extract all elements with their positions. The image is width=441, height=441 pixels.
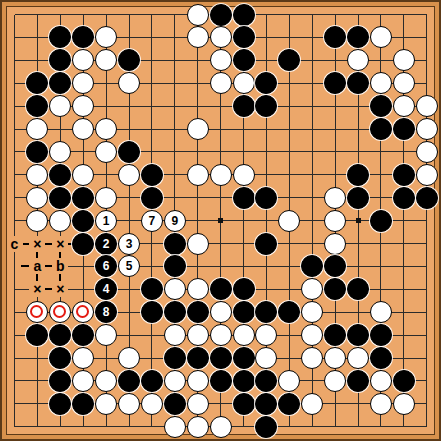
white-stone [347, 347, 369, 369]
white-stone [416, 164, 438, 186]
black-stone [118, 49, 140, 71]
black-stone [72, 26, 94, 48]
black-stone [416, 187, 438, 209]
white-stone [416, 118, 438, 140]
white-stone [26, 187, 48, 209]
black-stone [233, 370, 255, 392]
black-stone [26, 324, 48, 346]
white-stone [210, 416, 232, 438]
black-stone [49, 72, 71, 94]
go-board[interactable]: 179236548××××cab [0, 0, 441, 441]
white-stone [187, 324, 209, 346]
move-number-stone: 2 [95, 233, 117, 255]
white-stone [49, 141, 71, 163]
black-stone [347, 187, 369, 209]
white-stone [49, 95, 71, 117]
white-stone [187, 370, 209, 392]
black-stone [49, 49, 71, 71]
white-stone [72, 370, 94, 392]
black-stone [278, 301, 300, 323]
x-mark: × [52, 281, 68, 297]
black-stone [255, 233, 277, 255]
black-stone [347, 72, 369, 94]
move-number-stone: 9 [164, 210, 186, 232]
black-stone [233, 393, 255, 415]
white-stone [72, 164, 94, 186]
black-stone [210, 4, 232, 26]
black-stone [255, 301, 277, 323]
white-stone [370, 301, 392, 323]
star-point [356, 218, 361, 223]
black-stone [118, 370, 140, 392]
white-stone [301, 393, 323, 415]
letter-mark-b: b [52, 258, 68, 274]
black-stone [72, 233, 94, 255]
white-stone [72, 118, 94, 140]
black-stone [49, 347, 71, 369]
black-stone [233, 278, 255, 300]
white-stone [118, 164, 140, 186]
white-stone [210, 164, 232, 186]
black-stone [26, 95, 48, 117]
go-diagram: 179236548××××cab [0, 0, 441, 441]
white-stone [301, 324, 323, 346]
black-stone [255, 416, 277, 438]
white-stone [324, 347, 346, 369]
white-stone [118, 72, 140, 94]
white-stone [95, 49, 117, 71]
black-stone [164, 233, 186, 255]
black-stone [370, 210, 392, 232]
white-stone [393, 95, 415, 117]
black-stone [141, 187, 163, 209]
white-stone [210, 26, 232, 48]
white-stone [370, 26, 392, 48]
black-stone [255, 72, 277, 94]
black-stone [370, 95, 392, 117]
white-stone [164, 324, 186, 346]
black-stone [324, 26, 346, 48]
letter-mark-c: c [7, 236, 23, 252]
move-number-stone: 3 [118, 233, 140, 255]
white-stone [393, 393, 415, 415]
black-stone [370, 347, 392, 369]
white-stone [278, 370, 300, 392]
white-stone [347, 49, 369, 71]
black-stone [393, 187, 415, 209]
white-stone [255, 347, 277, 369]
white-stone [187, 4, 209, 26]
white-stone [187, 118, 209, 140]
white-stone [164, 416, 186, 438]
black-stone [233, 4, 255, 26]
black-stone [233, 95, 255, 117]
black-stone [72, 393, 94, 415]
white-stone [72, 347, 94, 369]
white-stone [301, 278, 323, 300]
black-stone [324, 255, 346, 277]
black-stone [72, 324, 94, 346]
black-stone [324, 72, 346, 94]
white-stone [118, 393, 140, 415]
black-stone [72, 210, 94, 232]
white-stone [210, 324, 232, 346]
move-number-stone: 8 [95, 301, 117, 323]
black-stone [164, 347, 186, 369]
white-stone [324, 370, 346, 392]
black-stone [255, 187, 277, 209]
black-stone [233, 26, 255, 48]
white-stone [187, 233, 209, 255]
black-stone [49, 393, 71, 415]
black-stone [347, 26, 369, 48]
black-stone [255, 393, 277, 415]
black-stone [347, 164, 369, 186]
white-stone [187, 26, 209, 48]
black-stone [347, 370, 369, 392]
white-stone [187, 164, 209, 186]
white-stone [278, 210, 300, 232]
black-stone [233, 187, 255, 209]
black-stone [26, 72, 48, 94]
white-stone [95, 26, 117, 48]
white-stone [72, 72, 94, 94]
black-stone [370, 118, 392, 140]
white-stone [255, 324, 277, 346]
white-stone [187, 278, 209, 300]
black-stone [141, 278, 163, 300]
white-stone [26, 118, 48, 140]
black-stone [49, 324, 71, 346]
grid-line-vertical [426, 15, 427, 427]
black-stone [49, 187, 71, 209]
grid-line-horizontal [15, 266, 427, 267]
black-stone [187, 301, 209, 323]
black-stone [278, 49, 300, 71]
white-stone [233, 324, 255, 346]
black-stone [324, 324, 346, 346]
white-stone [26, 164, 48, 186]
white-stone [210, 301, 232, 323]
black-stone [393, 370, 415, 392]
black-stone [233, 49, 255, 71]
white-stone [370, 370, 392, 392]
white-stone [210, 72, 232, 94]
black-stone [233, 301, 255, 323]
black-stone [255, 370, 277, 392]
white-stone [95, 187, 117, 209]
white-stone [118, 347, 140, 369]
black-stone [210, 278, 232, 300]
white-stone [26, 210, 48, 232]
letter-mark-a: a [29, 258, 45, 274]
white-stone [324, 210, 346, 232]
black-stone [347, 278, 369, 300]
move-number-stone: 6 [95, 255, 117, 277]
black-stone [210, 370, 232, 392]
move-number-stone: 7 [141, 210, 163, 232]
white-stone [49, 210, 71, 232]
white-stone [164, 370, 186, 392]
white-stone [324, 187, 346, 209]
white-stone [95, 370, 117, 392]
white-stone [95, 324, 117, 346]
black-stone [118, 141, 140, 163]
move-number-stone: 1 [95, 210, 117, 232]
black-stone [187, 347, 209, 369]
move-number-stone: 5 [118, 255, 140, 277]
black-stone [164, 301, 186, 323]
black-stone [278, 393, 300, 415]
white-stone [95, 118, 117, 140]
black-stone [324, 278, 346, 300]
white-stone [233, 72, 255, 94]
white-stone [301, 301, 323, 323]
black-stone [164, 255, 186, 277]
black-stone [164, 393, 186, 415]
white-stone [95, 141, 117, 163]
white-stone [416, 141, 438, 163]
black-stone [347, 324, 369, 346]
black-stone [49, 26, 71, 48]
black-stone [393, 164, 415, 186]
black-stone [49, 164, 71, 186]
black-stone [72, 187, 94, 209]
white-stone [393, 72, 415, 94]
white-stone [141, 393, 163, 415]
white-stone [187, 393, 209, 415]
x-mark: × [29, 236, 45, 252]
white-stone [393, 49, 415, 71]
black-stone [370, 324, 392, 346]
white-stone [72, 49, 94, 71]
black-stone [141, 164, 163, 186]
white-stone [95, 393, 117, 415]
white-stone [164, 278, 186, 300]
white-stone [416, 95, 438, 117]
star-point [218, 218, 223, 223]
white-stone [72, 95, 94, 117]
white-stone [324, 233, 346, 255]
white-stone [370, 393, 392, 415]
black-stone [393, 118, 415, 140]
black-stone [301, 255, 323, 277]
x-mark: × [29, 281, 45, 297]
white-stone [210, 49, 232, 71]
black-stone [141, 370, 163, 392]
black-stone [210, 347, 232, 369]
white-stone [233, 164, 255, 186]
black-stone [49, 370, 71, 392]
white-stone [187, 416, 209, 438]
black-stone [233, 347, 255, 369]
white-stone [370, 72, 392, 94]
x-mark: × [52, 236, 68, 252]
white-stone [301, 347, 323, 369]
black-stone [141, 301, 163, 323]
black-stone [255, 95, 277, 117]
black-stone [26, 141, 48, 163]
move-number-stone: 4 [95, 278, 117, 300]
